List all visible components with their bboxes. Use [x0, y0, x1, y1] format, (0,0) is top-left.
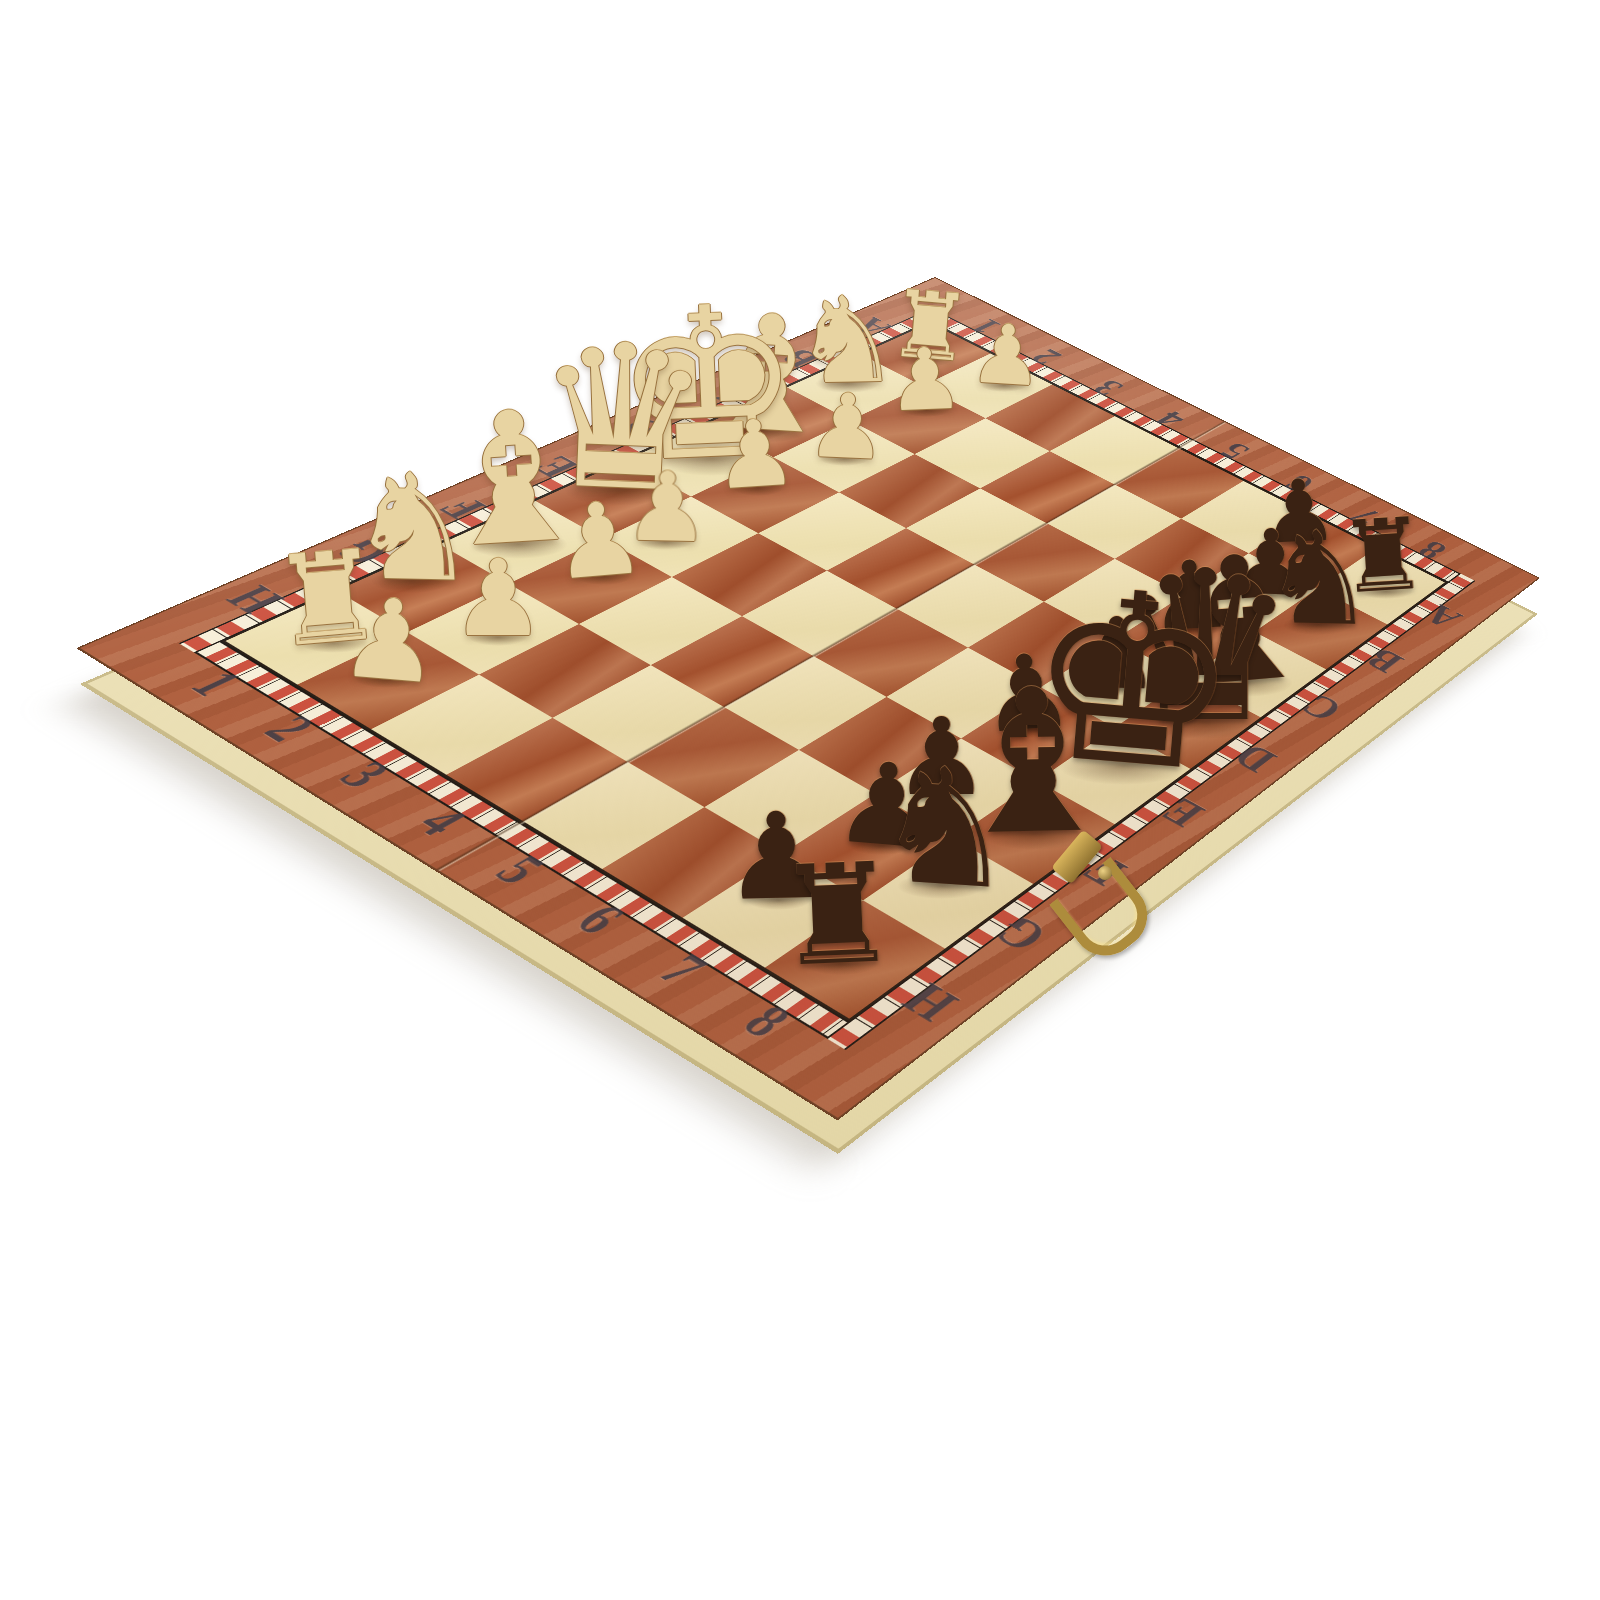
brass-clasp-icon[interactable] [1038, 842, 1168, 982]
clasp-pin [1098, 866, 1112, 880]
white-pawn-g2[interactable]: ♟ [451, 546, 546, 652]
white-pawn-f2[interactable]: ♟ [550, 487, 649, 595]
white-pawn-c2[interactable]: ♟ [805, 381, 888, 473]
white-pawn-a2[interactable]: ♟ [967, 313, 1046, 399]
black-rook-h8[interactable]: ♜ [773, 844, 901, 986]
product-photo-stage: AA11BB22CC33DD44EE55FF66GG77HH88 ♜♞♝♛♚♝♞… [0, 0, 1600, 1600]
white-pawn-h2[interactable]: ♟ [336, 580, 444, 699]
white-pawn-d2[interactable]: ♟ [711, 407, 799, 504]
white-pawn-b2[interactable]: ♟ [885, 336, 965, 424]
